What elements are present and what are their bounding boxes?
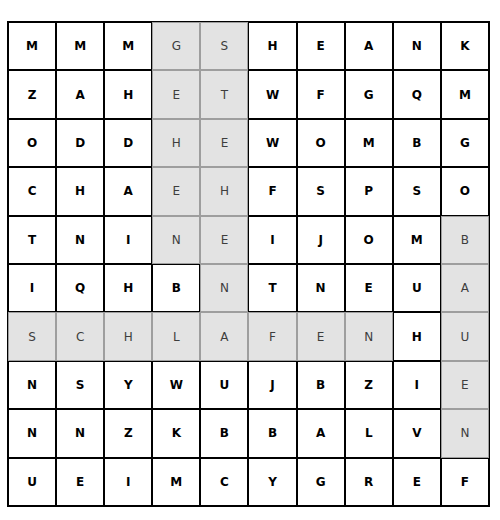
grid-cell[interactable]: E xyxy=(200,119,248,167)
grid-cell[interactable]: J xyxy=(297,216,345,264)
grid-cell[interactable]: Y xyxy=(248,458,296,506)
grid-cell[interactable]: O xyxy=(8,119,56,167)
grid-cell[interactable]: Z xyxy=(104,409,152,457)
grid-cell[interactable]: F xyxy=(248,167,296,215)
grid-cell[interactable]: C xyxy=(200,458,248,506)
grid-cell[interactable]: S xyxy=(297,167,345,215)
grid-cell[interactable]: G xyxy=(152,22,200,70)
grid-cell[interactable]: W xyxy=(248,70,296,118)
grid-cell[interactable]: N xyxy=(345,312,393,360)
grid-cell[interactable]: B xyxy=(441,216,489,264)
grid-cell[interactable]: C xyxy=(56,312,104,360)
grid-cell[interactable]: G xyxy=(441,119,489,167)
grid-cell[interactable]: C xyxy=(8,167,56,215)
grid-cell[interactable]: R xyxy=(345,458,393,506)
grid-cell[interactable]: M xyxy=(56,22,104,70)
grid-cell[interactable]: A xyxy=(104,167,152,215)
grid-cell[interactable]: E xyxy=(297,312,345,360)
grid-cell[interactable]: K xyxy=(152,409,200,457)
grid-cell[interactable]: N xyxy=(56,409,104,457)
grid-cell[interactable]: S xyxy=(200,22,248,70)
grid-cell[interactable]: H xyxy=(104,70,152,118)
grid-cell[interactable]: B xyxy=(248,409,296,457)
grid-cell[interactable]: I xyxy=(393,361,441,409)
grid-cell[interactable]: N xyxy=(200,264,248,312)
grid-cell[interactable]: U xyxy=(393,264,441,312)
grid-cell[interactable]: A xyxy=(441,264,489,312)
grid-cell[interactable]: Z xyxy=(8,70,56,118)
grid-cell[interactable]: N xyxy=(152,216,200,264)
grid-cell[interactable]: N xyxy=(393,22,441,70)
grid-cell[interactable]: H xyxy=(152,119,200,167)
grid-cell[interactable]: U xyxy=(200,361,248,409)
grid-cell[interactable]: H xyxy=(104,264,152,312)
grid-cell[interactable]: S xyxy=(56,361,104,409)
grid-cell[interactable]: W xyxy=(248,119,296,167)
grid-cell[interactable]: A xyxy=(56,70,104,118)
grid-cell[interactable]: E xyxy=(152,70,200,118)
grid-cell[interactable]: M xyxy=(152,458,200,506)
grid-cell[interactable]: H xyxy=(248,22,296,70)
word-search-board: MMMGSHEANKZAHETWFGQMODDHEWOMBGCHAEHFSPSO… xyxy=(7,21,490,507)
grid-cell[interactable]: F xyxy=(248,312,296,360)
grid-cell[interactable]: V xyxy=(393,409,441,457)
grid-cell[interactable]: A xyxy=(345,22,393,70)
grid-cell[interactable]: I xyxy=(104,216,152,264)
grid-cell[interactable]: B xyxy=(152,264,200,312)
grid-cell[interactable]: Q xyxy=(393,70,441,118)
grid-cell[interactable]: I xyxy=(248,216,296,264)
grid-cell[interactable]: H xyxy=(104,312,152,360)
grid-cell[interactable]: S xyxy=(393,167,441,215)
grid-cell[interactable]: D xyxy=(104,119,152,167)
grid-cell[interactable]: Q xyxy=(56,264,104,312)
grid-cell[interactable]: N xyxy=(8,409,56,457)
grid-cell[interactable]: E xyxy=(56,458,104,506)
grid-cell[interactable]: P xyxy=(345,167,393,215)
grid-cell[interactable]: A xyxy=(297,409,345,457)
grid-cell[interactable]: N xyxy=(56,216,104,264)
grid-cell[interactable]: D xyxy=(56,119,104,167)
grid-cell[interactable]: N xyxy=(441,409,489,457)
grid-cell[interactable]: U xyxy=(8,458,56,506)
grid-cell[interactable]: H xyxy=(200,167,248,215)
grid-cell[interactable]: Y xyxy=(104,361,152,409)
grid-cell[interactable]: G xyxy=(297,458,345,506)
grid-cell[interactable]: I xyxy=(8,264,56,312)
grid-cell[interactable]: T xyxy=(248,264,296,312)
grid-cell[interactable]: N xyxy=(8,361,56,409)
grid-cell[interactable]: L xyxy=(152,312,200,360)
grid-cell[interactable]: G xyxy=(345,70,393,118)
grid-cell[interactable]: E xyxy=(393,458,441,506)
grid-cell[interactable]: M xyxy=(8,22,56,70)
grid-cell[interactable]: B xyxy=(297,361,345,409)
grid-cell[interactable]: L xyxy=(345,409,393,457)
grid-cell[interactable]: E xyxy=(441,361,489,409)
grid-cell[interactable]: F xyxy=(441,458,489,506)
grid-cell[interactable]: M xyxy=(441,70,489,118)
grid-cell[interactable]: H xyxy=(56,167,104,215)
grid-cell[interactable]: M xyxy=(104,22,152,70)
grid-cell[interactable]: N xyxy=(297,264,345,312)
grid-cell[interactable]: F xyxy=(297,70,345,118)
grid-cell[interactable]: E xyxy=(200,216,248,264)
grid-cell[interactable]: J xyxy=(248,361,296,409)
grid-cell[interactable]: O xyxy=(345,216,393,264)
grid-cell[interactable]: W xyxy=(152,361,200,409)
grid-cell[interactable]: O xyxy=(441,167,489,215)
grid-cell[interactable]: I xyxy=(104,458,152,506)
grid-cell[interactable]: T xyxy=(200,70,248,118)
grid-cell[interactable]: E xyxy=(345,264,393,312)
grid-cell[interactable]: T xyxy=(8,216,56,264)
grid-cell[interactable]: B xyxy=(200,409,248,457)
grid-cell[interactable]: K xyxy=(441,22,489,70)
grid-cell[interactable]: Z xyxy=(345,361,393,409)
grid-cell[interactable]: B xyxy=(393,119,441,167)
grid-cell[interactable]: M xyxy=(345,119,393,167)
grid-cell[interactable]: M xyxy=(393,216,441,264)
grid-cell[interactable]: U xyxy=(441,312,489,360)
grid-cell[interactable]: E xyxy=(297,22,345,70)
grid-cell[interactable]: O xyxy=(297,119,345,167)
grid-cell[interactable]: H xyxy=(393,312,441,360)
grid-cell[interactable]: E xyxy=(152,167,200,215)
grid-cell[interactable]: S xyxy=(8,312,56,360)
grid-cell[interactable]: A xyxy=(200,312,248,360)
word-search-page: MMMGSHEANKZAHETWFGQMODDHEWOMBGCHAEHFSPSO… xyxy=(0,0,500,520)
